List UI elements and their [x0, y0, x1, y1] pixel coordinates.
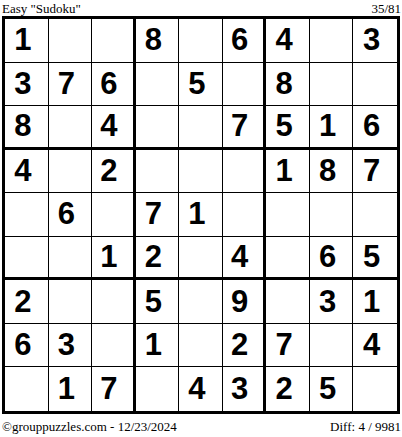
cell-r6c6-given: 4	[223, 237, 267, 281]
cell-r9c4-empty[interactable]	[136, 367, 180, 411]
cell-r8c1-given: 6	[5, 324, 49, 368]
cell-r1c4-given: 8	[136, 19, 180, 63]
cell-r6c7-empty[interactable]	[266, 237, 310, 281]
cell-r5c4-given: 7	[136, 193, 180, 237]
cell-r1c9-given: 3	[353, 19, 397, 63]
cell-r1c5-empty[interactable]	[179, 19, 223, 63]
cell-r3c4-empty[interactable]	[136, 106, 180, 150]
cell-r5c1-empty[interactable]	[5, 193, 49, 237]
sudoku-page: Easy "Sudoku" 35/81 18643376588475164218…	[0, 0, 402, 437]
cell-r7c2-empty[interactable]	[49, 280, 93, 324]
cell-r2c6-empty[interactable]	[223, 63, 267, 107]
cell-r2c5-given: 5	[179, 63, 223, 107]
cell-r5c6-empty[interactable]	[223, 193, 267, 237]
cell-r7c9-given: 1	[353, 280, 397, 324]
sudoku-board: 1864337658847516421876711246525931631274…	[2, 16, 400, 414]
cell-r6c5-empty[interactable]	[179, 237, 223, 281]
cell-r5c3-empty[interactable]	[92, 193, 136, 237]
cell-r2c4-empty[interactable]	[136, 63, 180, 107]
cell-r2c9-empty[interactable]	[353, 63, 397, 107]
puzzle-title: Easy "Sudoku"	[2, 2, 81, 16]
cell-r4c6-empty[interactable]	[223, 150, 267, 194]
cell-r8c8-empty[interactable]	[310, 324, 354, 368]
cell-r1c7-given: 4	[266, 19, 310, 63]
cell-r3c3-given: 4	[92, 106, 136, 150]
cell-r3c1-given: 8	[5, 106, 49, 150]
cell-r8c5-empty[interactable]	[179, 324, 223, 368]
cell-r6c4-given: 2	[136, 237, 180, 281]
cell-r1c2-empty[interactable]	[49, 19, 93, 63]
cell-r5c8-empty[interactable]	[310, 193, 354, 237]
cell-r9c2-given: 1	[49, 367, 93, 411]
cell-r8c9-given: 4	[353, 324, 397, 368]
cell-r8c4-given: 1	[136, 324, 180, 368]
cell-r8c3-empty[interactable]	[92, 324, 136, 368]
cell-r4c5-empty[interactable]	[179, 150, 223, 194]
cell-r8c6-given: 2	[223, 324, 267, 368]
cell-r9c8-given: 5	[310, 367, 354, 411]
footer: ©grouppuzzles.com - 12/23/2024 Diff: 4 /…	[0, 414, 402, 437]
cell-r3c5-empty[interactable]	[179, 106, 223, 150]
cell-r4c7-given: 1	[266, 150, 310, 194]
cell-r9c5-given: 4	[179, 367, 223, 411]
cell-r9c9-empty[interactable]	[353, 367, 397, 411]
cell-r4c4-empty[interactable]	[136, 150, 180, 194]
cell-r7c3-empty[interactable]	[92, 280, 136, 324]
cell-r4c2-empty[interactable]	[49, 150, 93, 194]
cell-r8c2-given: 3	[49, 324, 93, 368]
cell-r1c1-given: 1	[5, 19, 49, 63]
cell-r6c1-empty[interactable]	[5, 237, 49, 281]
cell-r8c7-given: 7	[266, 324, 310, 368]
cell-r7c5-empty[interactable]	[179, 280, 223, 324]
cell-r5c9-empty[interactable]	[353, 193, 397, 237]
cell-r9c6-given: 3	[223, 367, 267, 411]
cell-r3c6-given: 7	[223, 106, 267, 150]
cell-r5c7-empty[interactable]	[266, 193, 310, 237]
cell-r6c2-empty[interactable]	[49, 237, 93, 281]
copyright-text: ©grouppuzzles.com - 12/23/2024	[2, 419, 177, 434]
cell-r6c8-given: 6	[310, 237, 354, 281]
cell-r7c7-empty[interactable]	[266, 280, 310, 324]
cell-r2c2-given: 7	[49, 63, 93, 107]
cell-counter: 35/81	[371, 2, 401, 16]
cell-r1c8-empty[interactable]	[310, 19, 354, 63]
cell-r2c3-given: 6	[92, 63, 136, 107]
cell-r2c7-given: 8	[266, 63, 310, 107]
cell-r4c3-given: 2	[92, 150, 136, 194]
cell-r7c8-given: 3	[310, 280, 354, 324]
cell-r9c7-given: 2	[266, 367, 310, 411]
cell-r2c1-given: 3	[5, 63, 49, 107]
cell-r3c2-empty[interactable]	[49, 106, 93, 150]
cell-r4c8-given: 8	[310, 150, 354, 194]
cell-r4c1-given: 4	[5, 150, 49, 194]
cell-r3c7-given: 5	[266, 106, 310, 150]
difficulty-text: Diff: 4 / 9981	[330, 419, 401, 434]
cell-r2c8-empty[interactable]	[310, 63, 354, 107]
cell-r1c6-given: 6	[223, 19, 267, 63]
cell-r3c9-given: 6	[353, 106, 397, 150]
cell-r6c9-given: 5	[353, 237, 397, 281]
cell-r3c8-given: 1	[310, 106, 354, 150]
cell-r9c3-given: 7	[92, 367, 136, 411]
cell-r9c1-empty[interactable]	[5, 367, 49, 411]
cell-r1c3-empty[interactable]	[92, 19, 136, 63]
cell-r5c2-given: 6	[49, 193, 93, 237]
cell-r7c1-given: 2	[5, 280, 49, 324]
header: Easy "Sudoku" 35/81	[0, 0, 402, 16]
cell-r6c3-given: 1	[92, 237, 136, 281]
cell-r4c9-given: 7	[353, 150, 397, 194]
cell-r7c6-given: 9	[223, 280, 267, 324]
cell-r5c5-given: 1	[179, 193, 223, 237]
cell-r7c4-given: 5	[136, 280, 180, 324]
